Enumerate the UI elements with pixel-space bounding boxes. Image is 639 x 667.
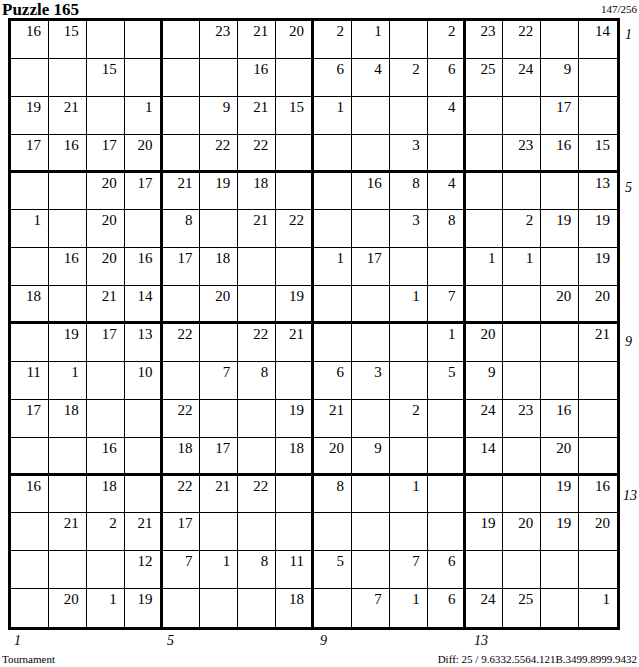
cell-r4c6[interactable]: 22 [200, 135, 238, 173]
difficulty-label: Diff: 25 / 9.6332.5564.121B.3499.8999.94… [438, 653, 637, 665]
cell-r11c12[interactable] [428, 400, 466, 438]
cell-r3c7[interactable]: 21 [238, 97, 276, 135]
cell-r1c15[interactable] [541, 21, 579, 59]
cell-r8c16[interactable]: 20 [579, 286, 617, 324]
cell-r13c14[interactable] [503, 476, 541, 514]
cell-r1c8[interactable]: 20 [276, 21, 314, 59]
cell-r2c15[interactable]: 9 [541, 59, 579, 97]
cell-r5c11[interactable]: 8 [390, 173, 428, 211]
cell-r7c5[interactable]: 17 [163, 248, 201, 286]
cell-r10c4[interactable]: 10 [125, 362, 163, 400]
row-label-9: 9 [625, 335, 632, 349]
cell-r11c4[interactable] [125, 400, 163, 438]
column-label-5: 5 [167, 634, 174, 648]
cell-r3c14[interactable] [503, 97, 541, 135]
cell-r5c1[interactable] [11, 173, 49, 211]
cell-r12c11[interactable] [390, 438, 428, 476]
cell-r2c11[interactable]: 2 [390, 59, 428, 97]
cell-r15c1[interactable] [11, 551, 49, 589]
cell-r9c13[interactable]: 20 [466, 324, 504, 362]
cell-r2c8[interactable] [276, 59, 314, 97]
cell-r6c15[interactable]: 19 [541, 210, 579, 248]
cell-r1c4[interactable] [125, 21, 163, 59]
cell-r9c11[interactable] [390, 324, 428, 362]
puzzle-grid: 1615232120212232214151664262524919211921… [8, 18, 620, 630]
cell-r8c9[interactable] [314, 286, 352, 324]
cell-r13c15[interactable]: 19 [541, 476, 579, 514]
cell-r9c7[interactable]: 22 [238, 324, 276, 362]
cell-r2c7[interactable]: 16 [238, 59, 276, 97]
cell-r7c12[interactable] [428, 248, 466, 286]
cell-r13c11[interactable]: 1 [390, 476, 428, 514]
cell-r9c3[interactable]: 17 [87, 324, 125, 362]
cell-r14c3[interactable]: 2 [87, 513, 125, 551]
cell-r10c5[interactable] [163, 362, 201, 400]
cell-r1c6[interactable]: 23 [200, 21, 238, 59]
cell-r7c8[interactable] [276, 248, 314, 286]
cell-r10c2[interactable]: 1 [49, 362, 87, 400]
cell-r1c2[interactable]: 15 [49, 21, 87, 59]
cell-r16c4[interactable]: 19 [125, 589, 163, 627]
cell-r12c8[interactable]: 18 [276, 438, 314, 476]
cell-r2c5[interactable] [163, 59, 201, 97]
cell-r6c16[interactable]: 19 [579, 210, 617, 248]
cell-r11c3[interactable] [87, 400, 125, 438]
cell-r11c15[interactable]: 16 [541, 400, 579, 438]
cell-r4c7[interactable]: 22 [238, 135, 276, 173]
cell-r13c12[interactable] [428, 476, 466, 514]
cell-r4c16[interactable]: 15 [579, 135, 617, 173]
cell-r8c4[interactable]: 14 [125, 286, 163, 324]
cell-r12c3[interactable]: 16 [87, 438, 125, 476]
cell-r8c1[interactable]: 18 [11, 286, 49, 324]
cell-r5c9[interactable] [314, 173, 352, 211]
cell-r9c12[interactable]: 1 [428, 324, 466, 362]
cell-r6c1[interactable]: 1 [11, 210, 49, 248]
cell-r14c5[interactable]: 17 [163, 513, 201, 551]
cell-r9c1[interactable] [11, 324, 49, 362]
cell-r7c3[interactable]: 20 [87, 248, 125, 286]
cell-r16c3[interactable]: 1 [87, 589, 125, 627]
cell-r8c14[interactable] [503, 286, 541, 324]
cell-r16c11[interactable]: 1 [390, 589, 428, 627]
row-label-1: 1 [625, 28, 632, 42]
cell-r11c7[interactable] [238, 400, 276, 438]
cell-r5c6[interactable]: 19 [200, 173, 238, 211]
cell-r16c9[interactable] [314, 589, 352, 627]
cell-r5c16[interactable]: 13 [579, 173, 617, 211]
cell-r2c2[interactable] [49, 59, 87, 97]
cell-r13c13[interactable] [466, 476, 504, 514]
cell-r13c8[interactable] [276, 476, 314, 514]
cell-r2c4[interactable] [125, 59, 163, 97]
cell-r6c4[interactable] [125, 210, 163, 248]
cell-r14c8[interactable] [276, 513, 314, 551]
cell-r4c9[interactable] [314, 135, 352, 173]
cell-r14c13[interactable]: 19 [466, 513, 504, 551]
cell-r3c6[interactable]: 9 [200, 97, 238, 135]
cell-r4c15[interactable]: 16 [541, 135, 579, 173]
cell-r16c10[interactable]: 7 [352, 589, 390, 627]
cell-r10c10[interactable]: 3 [352, 362, 390, 400]
cell-r7c15[interactable] [541, 248, 579, 286]
cell-r10c9[interactable]: 6 [314, 362, 352, 400]
cell-r4c11[interactable]: 3 [390, 135, 428, 173]
cell-r8c12[interactable]: 7 [428, 286, 466, 324]
cell-r9c5[interactable]: 22 [163, 324, 201, 362]
cell-r13c9[interactable]: 8 [314, 476, 352, 514]
cell-r11c5[interactable]: 22 [163, 400, 201, 438]
cell-r7c7[interactable] [238, 248, 276, 286]
cell-r15c8[interactable]: 11 [276, 551, 314, 589]
cell-r10c16[interactable] [579, 362, 617, 400]
cell-r7c9[interactable]: 1 [314, 248, 352, 286]
cell-r3c8[interactable]: 15 [276, 97, 314, 135]
cell-r13c5[interactable]: 22 [163, 476, 201, 514]
cell-r10c12[interactable]: 5 [428, 362, 466, 400]
cell-r8c2[interactable] [49, 286, 87, 324]
cell-r1c5[interactable] [163, 21, 201, 59]
cell-r1c10[interactable]: 1 [352, 21, 390, 59]
cell-r1c11[interactable] [390, 21, 428, 59]
cell-r12c6[interactable]: 17 [200, 438, 238, 476]
cell-r1c7[interactable]: 21 [238, 21, 276, 59]
cell-r1c1[interactable]: 16 [11, 21, 49, 59]
cell-r13c16[interactable]: 16 [579, 476, 617, 514]
cell-r14c15[interactable]: 19 [541, 513, 579, 551]
cell-r6c14[interactable]: 2 [503, 210, 541, 248]
cell-r3c10[interactable] [352, 97, 390, 135]
cell-r10c15[interactable] [541, 362, 579, 400]
cell-r16c14[interactable]: 25 [503, 589, 541, 627]
cell-r5c7[interactable]: 18 [238, 173, 276, 211]
cell-r3c1[interactable]: 19 [11, 97, 49, 135]
cell-r15c11[interactable]: 7 [390, 551, 428, 589]
cell-r9c6[interactable] [200, 324, 238, 362]
cell-r14c10[interactable] [352, 513, 390, 551]
cell-r13c1[interactable]: 16 [11, 476, 49, 514]
cell-r9c8[interactable]: 21 [276, 324, 314, 362]
row-label-13: 13 [623, 489, 637, 503]
cell-r6c6[interactable] [200, 210, 238, 248]
cell-r5c12[interactable]: 4 [428, 173, 466, 211]
cell-r3c4[interactable]: 1 [125, 97, 163, 135]
cell-r8c3[interactable]: 21 [87, 286, 125, 324]
cell-r14c14[interactable]: 20 [503, 513, 541, 551]
cell-r8c5[interactable] [163, 286, 201, 324]
cell-r10c6[interactable]: 7 [200, 362, 238, 400]
cell-r16c5[interactable] [163, 589, 201, 627]
cell-r16c15[interactable] [541, 589, 579, 627]
cell-r7c1[interactable] [11, 248, 49, 286]
cell-r15c5[interactable]: 7 [163, 551, 201, 589]
cell-r6c2[interactable] [49, 210, 87, 248]
cell-r4c13[interactable] [466, 135, 504, 173]
cell-r3c15[interactable]: 17 [541, 97, 579, 135]
cell-r16c16[interactable]: 1 [579, 589, 617, 627]
cell-r3c16[interactable] [579, 97, 617, 135]
cell-r12c12[interactable] [428, 438, 466, 476]
column-label-9: 9 [320, 634, 327, 648]
cell-r15c3[interactable] [87, 551, 125, 589]
cell-r4c12[interactable] [428, 135, 466, 173]
column-label-1: 1 [14, 634, 21, 648]
cell-r1c9[interactable]: 2 [314, 21, 352, 59]
fill-count: 147/256 [601, 3, 637, 15]
cell-r3c5[interactable] [163, 97, 201, 135]
cell-r4c10[interactable] [352, 135, 390, 173]
cell-r9c10[interactable] [352, 324, 390, 362]
cell-r5c2[interactable] [49, 173, 87, 211]
cell-r9c9[interactable] [314, 324, 352, 362]
cell-r10c1[interactable]: 11 [11, 362, 49, 400]
cell-r15c7[interactable]: 8 [238, 551, 276, 589]
cell-r11c2[interactable]: 18 [49, 400, 87, 438]
cell-r16c13[interactable]: 24 [466, 589, 504, 627]
cell-r15c15[interactable] [541, 551, 579, 589]
row-label-5: 5 [625, 181, 632, 195]
cell-r15c16[interactable] [579, 551, 617, 589]
cell-r5c14[interactable] [503, 173, 541, 211]
cell-r7c6[interactable]: 18 [200, 248, 238, 286]
cell-r4c2[interactable]: 16 [49, 135, 87, 173]
cell-r14c1[interactable] [11, 513, 49, 551]
cell-r1c12[interactable]: 2 [428, 21, 466, 59]
cell-r14c7[interactable] [238, 513, 276, 551]
cell-r11c11[interactable]: 2 [390, 400, 428, 438]
cell-r8c10[interactable] [352, 286, 390, 324]
cell-r14c11[interactable] [390, 513, 428, 551]
cell-r13c3[interactable]: 18 [87, 476, 125, 514]
cell-r15c6[interactable]: 1 [200, 551, 238, 589]
cell-r15c14[interactable] [503, 551, 541, 589]
cell-r10c13[interactable]: 9 [466, 362, 504, 400]
cell-r2c16[interactable] [579, 59, 617, 97]
cell-r4c3[interactable]: 17 [87, 135, 125, 173]
cell-r16c1[interactable] [11, 589, 49, 627]
cell-r2c14[interactable]: 24 [503, 59, 541, 97]
cell-r13c4[interactable] [125, 476, 163, 514]
cell-r12c5[interactable]: 18 [163, 438, 201, 476]
cell-r15c13[interactable] [466, 551, 504, 589]
cell-r16c8[interactable]: 18 [276, 589, 314, 627]
cell-r15c12[interactable]: 6 [428, 551, 466, 589]
cell-r13c7[interactable]: 22 [238, 476, 276, 514]
cell-r8c7[interactable] [238, 286, 276, 324]
cell-r11c8[interactable]: 19 [276, 400, 314, 438]
cell-r11c10[interactable] [352, 400, 390, 438]
cell-r12c4[interactable] [125, 438, 163, 476]
cell-r6c13[interactable] [466, 210, 504, 248]
cell-r3c11[interactable] [390, 97, 428, 135]
cell-r10c8[interactable] [276, 362, 314, 400]
cell-r2c10[interactable]: 4 [352, 59, 390, 97]
cell-r4c14[interactable]: 23 [503, 135, 541, 173]
cell-r11c16[interactable] [579, 400, 617, 438]
cell-r6c9[interactable] [314, 210, 352, 248]
cell-r4c8[interactable] [276, 135, 314, 173]
cell-r14c2[interactable]: 21 [49, 513, 87, 551]
cell-r9c4[interactable]: 13 [125, 324, 163, 362]
cell-r12c9[interactable]: 20 [314, 438, 352, 476]
cell-r6c10[interactable] [352, 210, 390, 248]
cell-r14c6[interactable] [200, 513, 238, 551]
column-label-13: 13 [474, 634, 488, 648]
cell-r2c6[interactable] [200, 59, 238, 97]
cell-r15c2[interactable] [49, 551, 87, 589]
cell-r2c12[interactable]: 6 [428, 59, 466, 97]
cell-r13c6[interactable]: 21 [200, 476, 238, 514]
cell-r5c8[interactable] [276, 173, 314, 211]
cell-r9c14[interactable] [503, 324, 541, 362]
cell-r5c3[interactable]: 20 [87, 173, 125, 211]
cell-r5c13[interactable] [466, 173, 504, 211]
cell-r7c14[interactable]: 1 [503, 248, 541, 286]
cell-r5c10[interactable]: 16 [352, 173, 390, 211]
cell-r12c7[interactable] [238, 438, 276, 476]
cell-r7c16[interactable]: 19 [579, 248, 617, 286]
cell-r3c13[interactable] [466, 97, 504, 135]
cell-r1c3[interactable] [87, 21, 125, 59]
cell-r7c11[interactable] [390, 248, 428, 286]
cell-r10c11[interactable] [390, 362, 428, 400]
cell-r12c1[interactable] [11, 438, 49, 476]
cell-r15c9[interactable]: 5 [314, 551, 352, 589]
cell-r8c11[interactable]: 1 [390, 286, 428, 324]
cell-r16c7[interactable] [238, 589, 276, 627]
cell-r12c16[interactable] [579, 438, 617, 476]
cell-r11c9[interactable]: 21 [314, 400, 352, 438]
cell-r11c14[interactable]: 23 [503, 400, 541, 438]
cell-r6c8[interactable]: 22 [276, 210, 314, 248]
cell-r5c15[interactable] [541, 173, 579, 211]
cell-r6c11[interactable]: 3 [390, 210, 428, 248]
cell-r4c4[interactable]: 20 [125, 135, 163, 173]
cell-r15c4[interactable]: 12 [125, 551, 163, 589]
cell-r1c16[interactable]: 14 [579, 21, 617, 59]
cell-r10c7[interactable]: 8 [238, 362, 276, 400]
cell-r16c12[interactable]: 6 [428, 589, 466, 627]
cell-r9c16[interactable]: 21 [579, 324, 617, 362]
cell-r3c12[interactable]: 4 [428, 97, 466, 135]
cell-r5c4[interactable]: 17 [125, 173, 163, 211]
cell-r3c2[interactable]: 21 [49, 97, 87, 135]
cell-r6c7[interactable]: 21 [238, 210, 276, 248]
cell-r12c10[interactable]: 9 [352, 438, 390, 476]
cell-r14c4[interactable]: 21 [125, 513, 163, 551]
cell-r8c15[interactable]: 20 [541, 286, 579, 324]
cell-r3c3[interactable] [87, 97, 125, 135]
cell-r1c14[interactable]: 22 [503, 21, 541, 59]
cell-r9c15[interactable] [541, 324, 579, 362]
cell-r11c13[interactable]: 24 [466, 400, 504, 438]
cell-r2c3[interactable]: 15 [87, 59, 125, 97]
cell-r8c13[interactable] [466, 286, 504, 324]
cell-r9c2[interactable]: 19 [49, 324, 87, 362]
mode-label: Tournament [2, 653, 55, 665]
cell-r6c3[interactable]: 20 [87, 210, 125, 248]
cell-r12c15[interactable]: 20 [541, 438, 579, 476]
cell-r2c1[interactable] [11, 59, 49, 97]
cell-r6c5[interactable]: 8 [163, 210, 201, 248]
cell-r14c12[interactable] [428, 513, 466, 551]
cell-r7c13[interactable]: 1 [466, 248, 504, 286]
cell-r2c13[interactable]: 25 [466, 59, 504, 97]
cell-r2c9[interactable]: 6 [314, 59, 352, 97]
cell-r5c5[interactable]: 21 [163, 173, 201, 211]
cell-r7c10[interactable]: 17 [352, 248, 390, 286]
cell-r1c13[interactable]: 23 [466, 21, 504, 59]
cell-r10c3[interactable] [87, 362, 125, 400]
cell-r4c5[interactable] [163, 135, 201, 173]
cell-r16c2[interactable]: 20 [49, 589, 87, 627]
cell-r12c2[interactable] [49, 438, 87, 476]
cell-r13c10[interactable] [352, 476, 390, 514]
cell-r14c16[interactable]: 20 [579, 513, 617, 551]
cell-r6c12[interactable]: 8 [428, 210, 466, 248]
cell-r8c8[interactable]: 19 [276, 286, 314, 324]
cell-r11c6[interactable] [200, 400, 238, 438]
cell-r12c14[interactable] [503, 438, 541, 476]
cell-r7c4[interactable]: 16 [125, 248, 163, 286]
cell-r7c2[interactable]: 16 [49, 248, 87, 286]
cell-r4c1[interactable]: 17 [11, 135, 49, 173]
cell-r10c14[interactable] [503, 362, 541, 400]
cell-r8c6[interactable]: 20 [200, 286, 238, 324]
cell-r14c9[interactable] [314, 513, 352, 551]
cell-r3c9[interactable]: 1 [314, 97, 352, 135]
cell-r16c6[interactable] [200, 589, 238, 627]
cell-r11c1[interactable]: 17 [11, 400, 49, 438]
cell-r13c2[interactable] [49, 476, 87, 514]
puzzle-title: Puzzle 165 [2, 0, 79, 20]
cell-r12c13[interactable]: 14 [466, 438, 504, 476]
cell-r15c10[interactable] [352, 551, 390, 589]
